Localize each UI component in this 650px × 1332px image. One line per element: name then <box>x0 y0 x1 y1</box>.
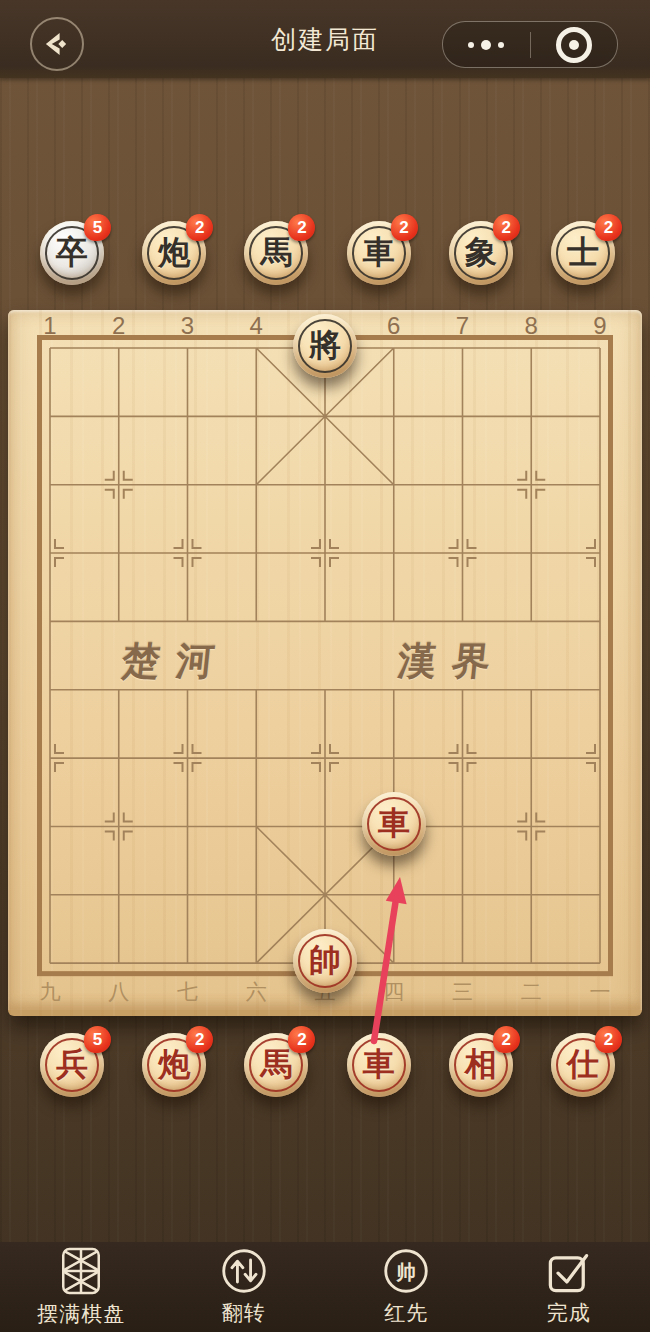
tray-piece-black-horse[interactable]: 馬2 <box>244 221 308 285</box>
file-label-bottom: 一 <box>580 978 620 1006</box>
fill-board-button[interactable]: 摆满棋盘 <box>0 1242 163 1332</box>
board-piece-red-chariot[interactable]: 車 <box>362 792 426 856</box>
tray-piece-black-advisor[interactable]: 士2 <box>551 221 615 285</box>
file-label-top: 7 <box>443 312 483 340</box>
file-label-bottom: 八 <box>99 978 139 1006</box>
done-label: 完成 <box>547 1299 591 1327</box>
file-label-top: 2 <box>99 312 139 340</box>
tray-piece-red-soldier[interactable]: 兵5 <box>40 1033 104 1097</box>
count-badge: 2 <box>595 1026 622 1053</box>
flip-button[interactable]: 翻转 <box>163 1242 326 1332</box>
tray-piece-red-advisor[interactable]: 仕2 <box>551 1033 615 1097</box>
file-label-top: 8 <box>511 312 551 340</box>
file-label-bottom: 六 <box>236 978 276 1006</box>
tray-piece-red-elephant[interactable]: 相2 <box>449 1033 513 1097</box>
file-label-top: 9 <box>580 312 620 340</box>
back-chevron-icon <box>40 27 74 61</box>
piece-character: 帥 <box>293 929 357 993</box>
file-label-top: 6 <box>374 312 414 340</box>
count-badge: 2 <box>186 214 213 241</box>
count-badge: 2 <box>288 1026 315 1053</box>
bottom-toolbar: 摆满棋盘 翻转 帅 红先 完成 <box>0 1242 650 1332</box>
file-label-bottom: 四 <box>374 978 414 1006</box>
tray-piece-black-elephant[interactable]: 象2 <box>449 221 513 285</box>
file-label-bottom: 七 <box>168 978 208 1006</box>
record-button[interactable] <box>531 22 618 67</box>
file-label-bottom: 三 <box>443 978 483 1006</box>
river-label-right: 漢界 <box>395 636 508 687</box>
red-first-button[interactable]: 帅 红先 <box>325 1242 488 1332</box>
tray-piece-black-chariot[interactable]: 車2 <box>347 221 411 285</box>
board-piece-red-general[interactable]: 帥 <box>293 929 357 993</box>
tray-piece-red-chariot[interactable]: 車 <box>347 1033 411 1097</box>
nav-bar: 创建局面 <box>0 0 650 78</box>
board-piece-black-general[interactable]: 將 <box>293 314 357 378</box>
more-dots-icon <box>468 42 474 48</box>
count-badge: 2 <box>493 214 520 241</box>
count-badge: 2 <box>391 214 418 241</box>
page-title: 创建局面 <box>271 23 379 56</box>
tray-piece-black-soldier[interactable]: 卒5 <box>40 221 104 285</box>
count-badge: 2 <box>595 214 622 241</box>
flip-label: 翻转 <box>222 1299 266 1327</box>
piece-character: 車 <box>362 792 426 856</box>
back-button[interactable] <box>30 17 84 71</box>
file-label-bottom: 二 <box>511 978 551 1006</box>
count-badge: 2 <box>493 1026 520 1053</box>
tray-piece-black-cannon[interactable]: 炮2 <box>142 221 206 285</box>
piece-character: 將 <box>293 314 357 378</box>
piece-character: 車 <box>347 1033 411 1097</box>
more-button[interactable] <box>443 22 530 67</box>
done-icon <box>546 1248 592 1294</box>
flip-icon <box>221 1248 267 1294</box>
river-label-left: 楚河 <box>119 636 232 687</box>
wechat-capsule <box>442 21 618 68</box>
board[interactable] <box>8 310 642 1016</box>
done-button[interactable]: 完成 <box>488 1242 650 1332</box>
record-circle-icon <box>556 27 592 63</box>
fill-board-icon <box>60 1247 102 1295</box>
tray-piece-red-cannon[interactable]: 炮2 <box>142 1033 206 1097</box>
file-label-top: 4 <box>236 312 276 340</box>
red-first-icon: 帅 <box>383 1248 429 1294</box>
file-label-bottom: 九 <box>30 978 70 1006</box>
count-badge: 2 <box>288 214 315 241</box>
count-badge: 2 <box>186 1026 213 1053</box>
svg-text:帅: 帅 <box>395 1259 416 1283</box>
app-screen: 123456789 九八七六五四三二一 楚河 漢界 將車帥 卒5炮2馬2車2象2… <box>0 0 650 1332</box>
count-badge: 5 <box>84 1026 111 1053</box>
red-first-label: 红先 <box>384 1299 428 1327</box>
file-label-top: 1 <box>30 312 70 340</box>
tray-piece-red-horse[interactable]: 馬2 <box>244 1033 308 1097</box>
count-badge: 5 <box>84 214 111 241</box>
file-label-top: 3 <box>168 312 208 340</box>
fill-board-label: 摆满棋盘 <box>37 1300 125 1328</box>
